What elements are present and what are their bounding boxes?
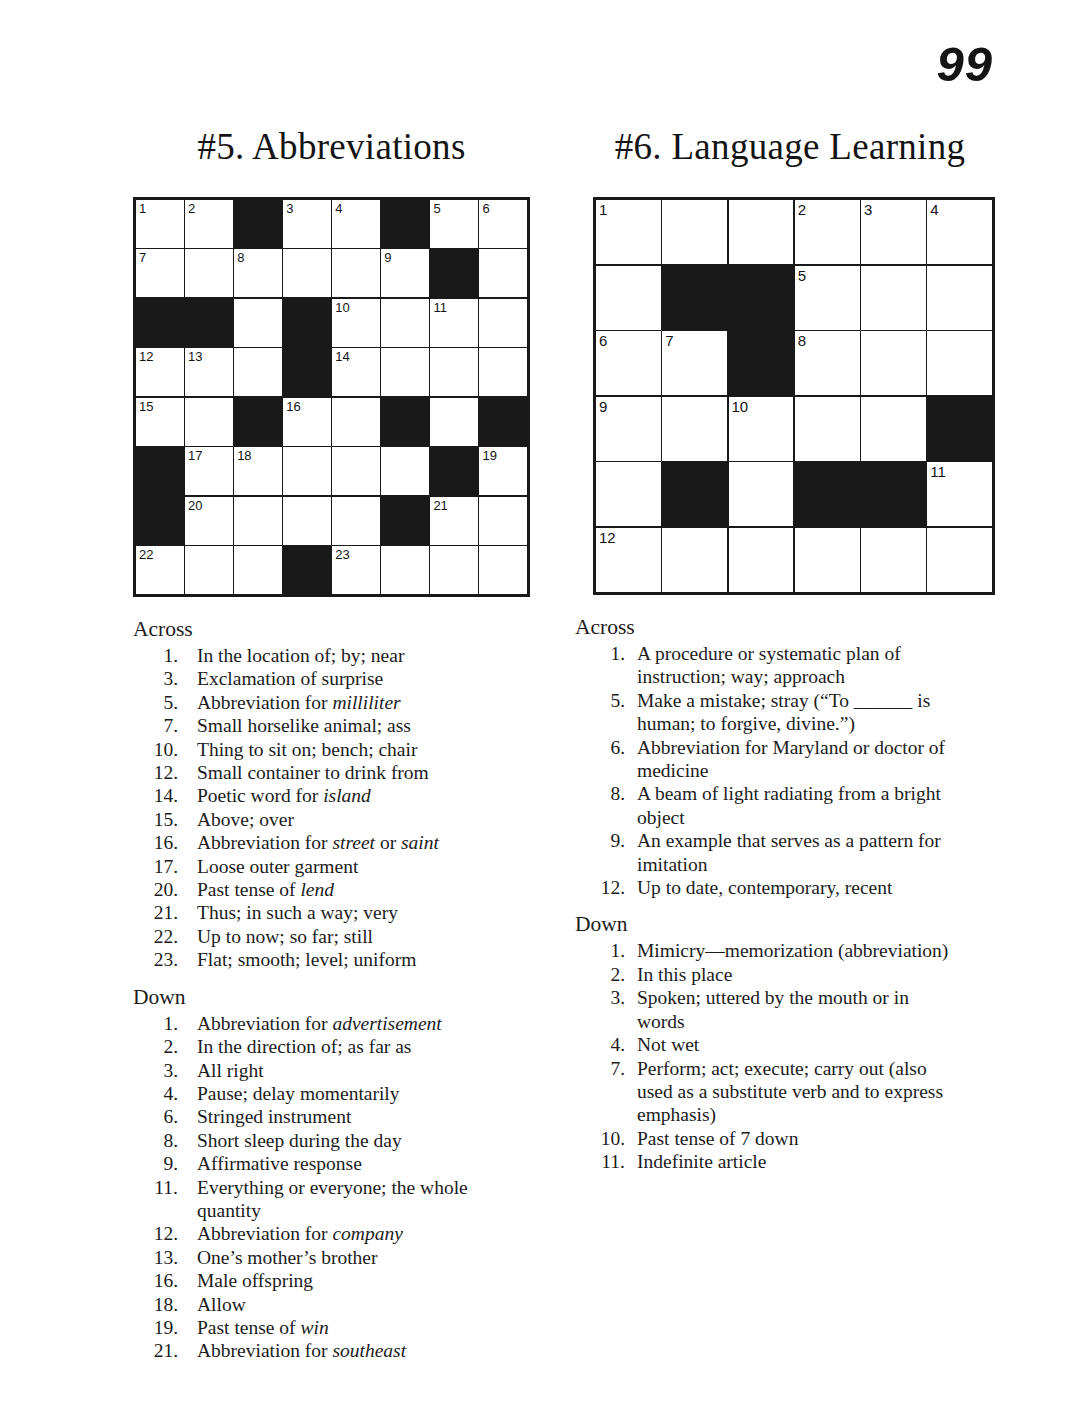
- black-cell: [479, 398, 527, 446]
- white-cell[interactable]: 9: [596, 397, 661, 461]
- cell-number: 7: [139, 250, 146, 265]
- across-header: Across: [575, 615, 1005, 639]
- clue-text: One’s mother’s brother: [197, 1246, 530, 1269]
- white-cell[interactable]: [332, 398, 380, 446]
- clue-text: Male offspring: [197, 1269, 530, 1292]
- white-cell[interactable]: 5: [795, 266, 860, 330]
- clue-number: 8.: [133, 1129, 178, 1152]
- page-number: 99: [936, 38, 993, 90]
- cell-number: 8: [237, 250, 244, 265]
- clue-number: 16.: [133, 1269, 178, 1292]
- cell-number: 11: [930, 463, 946, 480]
- clue-text: A beam of light radiating from a brighto…: [637, 782, 1005, 829]
- cell-number: 12: [139, 349, 153, 364]
- clue-text: Everything or everyone; the wholequantit…: [197, 1176, 530, 1223]
- white-cell[interactable]: [185, 546, 233, 594]
- clue-text: Abbreviation for company: [197, 1222, 530, 1245]
- across-clue-list: 1.A procedure or systematic plan ofinstr…: [575, 642, 1005, 899]
- cell-number: 3: [286, 201, 293, 216]
- cell-number: 2: [188, 201, 195, 216]
- clue-number: 4.: [575, 1033, 625, 1056]
- clue-text: Not wet: [637, 1033, 1005, 1056]
- white-cell[interactable]: 10: [729, 397, 794, 461]
- clue-item: 1.A procedure or systematic plan ofinstr…: [575, 642, 1005, 689]
- white-cell[interactable]: [927, 266, 992, 330]
- clue-item: 11.Everything or everyone; the wholequan…: [133, 1176, 530, 1223]
- clue-text: Above; over: [197, 808, 530, 831]
- cell-number: 3: [864, 201, 872, 218]
- clue-item: 5.Abbreviation for milliliter: [133, 691, 530, 714]
- white-cell[interactable]: 1: [136, 200, 184, 248]
- white-cell[interactable]: [927, 528, 992, 592]
- black-cell: [283, 546, 331, 594]
- black-cell: [430, 447, 478, 495]
- down-header: Down: [133, 985, 530, 1009]
- clue-text: Poetic word for island: [197, 784, 530, 807]
- clue-text: Spoken; uttered by the mouth or inwords: [637, 986, 1005, 1033]
- clue-item: 6.Stringed instrument: [133, 1105, 530, 1128]
- clue-item: 19.Past tense of win: [133, 1316, 530, 1339]
- clue-number: 2.: [133, 1035, 178, 1058]
- clue-item: 21.Abbreviation for southeast: [133, 1339, 530, 1362]
- puzzle-6-section: #6. Language Learning 123456789101112 Ac…: [575, 125, 1005, 1174]
- clue-number: 1.: [575, 642, 625, 689]
- clue-item: 10.Past tense of 7 down: [575, 1127, 1005, 1150]
- clue-text: Up to date, contemporary, recent: [637, 876, 1005, 899]
- clue-number: 6.: [575, 736, 625, 783]
- white-cell[interactable]: [479, 348, 527, 396]
- clue-item: 12.Abbreviation for company: [133, 1222, 530, 1245]
- clue-item: 7.Small horselike animal; ass: [133, 714, 530, 737]
- clue-text: Small horselike animal; ass: [197, 714, 530, 737]
- clue-text: Make a mistake; stray (“To ______ ishuma…: [637, 689, 1005, 736]
- white-cell[interactable]: [185, 398, 233, 446]
- cell-number: 9: [384, 250, 391, 265]
- clue-text: Thing to sit on; bench; chair: [197, 738, 530, 761]
- black-cell: [381, 398, 429, 446]
- clue-item: 9.An example that serves as a pattern fo…: [575, 829, 1005, 876]
- clue-text: Abbreviation for Maryland or doctor ofme…: [637, 736, 1005, 783]
- puzzle-5-clues: Across 1.In the location of; by; near3.E…: [133, 617, 530, 1363]
- cell-number: 4: [930, 201, 938, 218]
- white-cell[interactable]: [861, 397, 926, 461]
- cell-number: 10: [732, 398, 749, 415]
- white-cell[interactable]: 10: [332, 299, 380, 347]
- clue-item: 13.One’s mother’s brother: [133, 1246, 530, 1269]
- clue-item: 11.Indefinite article: [575, 1150, 1005, 1173]
- clue-item: 5.Make a mistake; stray (“To ______ ishu…: [575, 689, 1005, 736]
- clue-number: 3.: [133, 667, 178, 690]
- white-cell[interactable]: 3: [283, 200, 331, 248]
- clue-item: 10.Thing to sit on; bench; chair: [133, 738, 530, 761]
- clue-number: 5.: [575, 689, 625, 736]
- white-cell[interactable]: [662, 397, 727, 461]
- white-cell[interactable]: 7: [136, 249, 184, 297]
- clue-text: Abbreviation for milliliter: [197, 691, 530, 714]
- clue-text: In the location of; by; near: [197, 644, 530, 667]
- white-cell[interactable]: 1: [596, 200, 661, 264]
- clue-number: 17.: [133, 855, 178, 878]
- clue-item: 22.Up to now; so far; still: [133, 925, 530, 948]
- cell-number: 21: [433, 498, 447, 513]
- cell-number: 8: [798, 332, 806, 349]
- clue-number: 16.: [133, 831, 178, 854]
- black-cell: [381, 200, 429, 248]
- cell-number: 1: [139, 201, 146, 216]
- white-cell[interactable]: [430, 398, 478, 446]
- white-cell[interactable]: 8: [795, 331, 860, 395]
- white-cell[interactable]: 16: [283, 398, 331, 446]
- clue-number: 19.: [133, 1316, 178, 1339]
- clue-number: 5.: [133, 691, 178, 714]
- white-cell[interactable]: 20: [185, 497, 233, 545]
- clue-item: 16.Male offspring: [133, 1269, 530, 1292]
- clue-item: 8.Short sleep during the day: [133, 1129, 530, 1152]
- white-cell[interactable]: 8: [234, 249, 282, 297]
- clue-item: 9.Affirmative response: [133, 1152, 530, 1175]
- clue-text: Abbreviation for street or saint: [197, 831, 530, 854]
- black-cell: [283, 348, 331, 396]
- cell-number: 7: [665, 332, 673, 349]
- cell-number: 15: [139, 399, 153, 414]
- cell-number: 13: [188, 349, 202, 364]
- black-cell: [430, 249, 478, 297]
- clue-text: A procedure or systematic plan ofinstruc…: [637, 642, 1005, 689]
- clue-item: 4.Pause; delay momentarily: [133, 1082, 530, 1105]
- down-clue-list: 1.Mimicry—memorization (abbreviation)2.I…: [575, 939, 1005, 1173]
- clue-number: 3.: [133, 1059, 178, 1082]
- clue-text: Pause; delay momentarily: [197, 1082, 530, 1105]
- white-cell[interactable]: [381, 447, 429, 495]
- clue-number: 4.: [133, 1082, 178, 1105]
- white-cell[interactable]: 4: [332, 200, 380, 248]
- clue-text: Up to now; so far; still: [197, 925, 530, 948]
- white-cell[interactable]: 6: [479, 200, 527, 248]
- white-cell[interactable]: [234, 348, 282, 396]
- clue-number: 1.: [133, 1012, 178, 1035]
- white-cell[interactable]: 11: [430, 299, 478, 347]
- cell-number: 11: [433, 300, 447, 315]
- clue-number: 6.: [133, 1105, 178, 1128]
- white-cell[interactable]: [596, 266, 661, 330]
- puzzle-6-clues: Across 1.A procedure or systematic plan …: [575, 615, 1005, 1174]
- clue-number: 11.: [575, 1150, 625, 1173]
- white-cell[interactable]: 13: [185, 348, 233, 396]
- puzzle-5-section: #5. Abbreviations 1234567891011121314151…: [133, 125, 530, 1363]
- white-cell[interactable]: [479, 497, 527, 545]
- white-cell[interactable]: 5: [430, 200, 478, 248]
- clue-number: 20.: [133, 878, 178, 901]
- cell-number: 6: [599, 332, 607, 349]
- white-cell[interactable]: [381, 348, 429, 396]
- black-cell: [662, 266, 727, 330]
- clue-text: Exclamation of surprise: [197, 667, 530, 690]
- clue-text: Abbreviation for southeast: [197, 1339, 530, 1362]
- cell-number: 18: [237, 448, 251, 463]
- white-cell[interactable]: 11: [927, 462, 992, 526]
- white-cell[interactable]: [596, 462, 661, 526]
- clue-item: 6.Abbreviation for Maryland or doctor of…: [575, 736, 1005, 783]
- white-cell[interactable]: 17: [185, 447, 233, 495]
- clue-number: 9.: [575, 829, 625, 876]
- clue-item: 23.Flat; smooth; level; uniform: [133, 948, 530, 971]
- clue-number: 1.: [133, 644, 178, 667]
- clue-text: Mimicry—memorization (abbreviation): [637, 939, 1005, 962]
- white-cell[interactable]: 15: [136, 398, 184, 446]
- white-cell[interactable]: [729, 462, 794, 526]
- clue-item: 7.Perform; act; execute; carry out (also…: [575, 1057, 1005, 1127]
- white-cell[interactable]: [283, 497, 331, 545]
- clue-number: 10.: [133, 738, 178, 761]
- black-cell: [185, 299, 233, 347]
- black-cell: [234, 398, 282, 446]
- white-cell[interactable]: 9: [381, 249, 429, 297]
- cell-number: 2: [798, 201, 806, 218]
- white-cell[interactable]: 18: [234, 447, 282, 495]
- cell-number: 17: [188, 448, 202, 463]
- white-cell[interactable]: 2: [185, 200, 233, 248]
- clue-item: 3.Spoken; uttered by the mouth or inword…: [575, 986, 1005, 1033]
- clue-number: 18.: [133, 1293, 178, 1316]
- clue-text: Perform; act; execute; carry out (alsous…: [637, 1057, 1005, 1127]
- cell-number: 1: [599, 201, 607, 218]
- white-cell[interactable]: [662, 200, 727, 264]
- clue-item: 2.In the direction of; as far as: [133, 1035, 530, 1058]
- puzzle-5-title: #5. Abbreviations: [133, 125, 530, 169]
- crossword-grid-6: 123456789101112: [593, 197, 995, 595]
- black-cell: [381, 497, 429, 545]
- black-cell: [136, 299, 184, 347]
- clue-item: 2.In this place: [575, 963, 1005, 986]
- black-cell: [861, 462, 926, 526]
- clue-text: In this place: [637, 963, 1005, 986]
- clue-number: 21.: [133, 1339, 178, 1362]
- clue-item: 1.Abbreviation for advertisement: [133, 1012, 530, 1035]
- white-cell[interactable]: [381, 546, 429, 594]
- cell-number: 22: [139, 547, 153, 562]
- cell-number: 14: [335, 349, 349, 364]
- white-cell[interactable]: 19: [479, 447, 527, 495]
- white-cell[interactable]: 6: [596, 331, 661, 395]
- white-cell[interactable]: [729, 200, 794, 264]
- clue-item: 12.Up to date, contemporary, recent: [575, 876, 1005, 899]
- white-cell[interactable]: [729, 528, 794, 592]
- white-cell[interactable]: [479, 546, 527, 594]
- clue-item: 8.A beam of light radiating from a brigh…: [575, 782, 1005, 829]
- white-cell[interactable]: [332, 497, 380, 545]
- clue-item: 3.All right: [133, 1059, 530, 1082]
- white-cell[interactable]: 4: [927, 200, 992, 264]
- clue-number: 12.: [133, 1222, 178, 1245]
- clue-text: Indefinite article: [637, 1150, 1005, 1173]
- clue-number: 23.: [133, 948, 178, 971]
- white-cell[interactable]: [332, 447, 380, 495]
- clue-number: 11.: [133, 1176, 178, 1223]
- white-cell[interactable]: [234, 299, 282, 347]
- cell-number: 9: [599, 398, 607, 415]
- black-cell: [795, 462, 860, 526]
- across-clue-list: 1.In the location of; by; near3.Exclamat…: [133, 644, 530, 972]
- black-cell: [729, 331, 794, 395]
- clue-item: 15.Above; over: [133, 808, 530, 831]
- clue-text: Flat; smooth; level; uniform: [197, 948, 530, 971]
- clue-text: Thus; in such a way; very: [197, 901, 530, 924]
- white-cell[interactable]: 12: [596, 528, 661, 592]
- clue-text: Small container to drink from: [197, 761, 530, 784]
- clue-text: Past tense of lend: [197, 878, 530, 901]
- clue-number: 10.: [575, 1127, 625, 1150]
- cell-number: 5: [433, 201, 440, 216]
- white-cell[interactable]: [283, 447, 331, 495]
- clue-item: 1.Mimicry—memorization (abbreviation): [575, 939, 1005, 962]
- black-cell: [234, 200, 282, 248]
- clue-number: 9.: [133, 1152, 178, 1175]
- white-cell[interactable]: [479, 299, 527, 347]
- clue-number: 21.: [133, 901, 178, 924]
- cell-number: 20: [188, 498, 202, 513]
- clue-text: Past tense of win: [197, 1316, 530, 1339]
- cell-number: 12: [599, 529, 616, 546]
- cell-number: 6: [482, 201, 489, 216]
- black-cell: [136, 497, 184, 545]
- black-cell: [927, 397, 992, 461]
- down-clue-list: 1.Abbreviation for advertisement2.In the…: [133, 1012, 530, 1363]
- clue-item: 20.Past tense of lend: [133, 878, 530, 901]
- cell-number: 19: [482, 448, 496, 463]
- cell-number: 4: [335, 201, 342, 216]
- clue-number: 7.: [575, 1057, 625, 1127]
- crossword-grid-5: 1234567891011121314151617181920212223: [133, 197, 530, 597]
- clue-number: 22.: [133, 925, 178, 948]
- clue-item: 1.In the location of; by; near: [133, 644, 530, 667]
- white-cell[interactable]: 23: [332, 546, 380, 594]
- clue-number: 3.: [575, 986, 625, 1033]
- clue-number: 12.: [575, 876, 625, 899]
- clue-item: 17.Loose outer garment: [133, 855, 530, 878]
- clue-item: 14.Poetic word for island: [133, 784, 530, 807]
- clue-item: 21.Thus; in such a way; very: [133, 901, 530, 924]
- cell-number: 16: [286, 399, 300, 414]
- clue-item: 12.Small container to drink from: [133, 761, 530, 784]
- white-cell[interactable]: [795, 397, 860, 461]
- white-cell[interactable]: [234, 497, 282, 545]
- white-cell[interactable]: [234, 546, 282, 594]
- black-cell: [662, 462, 727, 526]
- clue-text: Short sleep during the day: [197, 1129, 530, 1152]
- white-cell[interactable]: [332, 249, 380, 297]
- clue-text: Past tense of 7 down: [637, 1127, 1005, 1150]
- clue-number: 13.: [133, 1246, 178, 1269]
- white-cell[interactable]: 14: [332, 348, 380, 396]
- clue-item: 4.Not wet: [575, 1033, 1005, 1056]
- clue-item: 3.Exclamation of surprise: [133, 667, 530, 690]
- white-cell[interactable]: 22: [136, 546, 184, 594]
- black-cell: [136, 447, 184, 495]
- clue-number: 2.: [575, 963, 625, 986]
- white-cell[interactable]: [861, 528, 926, 592]
- clue-number: 1.: [575, 939, 625, 962]
- black-cell: [729, 266, 794, 330]
- book-page: 99 #5. Abbreviations 1234567891011121314…: [0, 0, 1089, 1418]
- clue-number: 12.: [133, 761, 178, 784]
- white-cell[interactable]: [381, 299, 429, 347]
- clue-number: 8.: [575, 782, 625, 829]
- puzzle-6-title: #6. Language Learning: [575, 125, 1005, 169]
- white-cell[interactable]: [430, 348, 478, 396]
- white-cell[interactable]: [795, 528, 860, 592]
- clue-item: 16.Abbreviation for street or saint: [133, 831, 530, 854]
- white-cell[interactable]: [430, 546, 478, 594]
- white-cell[interactable]: 12: [136, 348, 184, 396]
- cell-number: 5: [798, 267, 806, 284]
- clue-number: 7.: [133, 714, 178, 737]
- white-cell[interactable]: [283, 249, 331, 297]
- clue-text: Allow: [197, 1293, 530, 1316]
- cell-number: 10: [335, 300, 349, 315]
- white-cell[interactable]: 7: [662, 331, 727, 395]
- clue-number: 14.: [133, 784, 178, 807]
- clue-text: Loose outer garment: [197, 855, 530, 878]
- clue-text: An example that serves as a pattern fori…: [637, 829, 1005, 876]
- down-header: Down: [575, 912, 1005, 936]
- across-header: Across: [133, 617, 530, 641]
- white-cell[interactable]: [479, 249, 527, 297]
- white-cell[interactable]: 21: [430, 497, 478, 545]
- clue-text: In the direction of; as far as: [197, 1035, 530, 1058]
- white-cell[interactable]: [662, 528, 727, 592]
- clue-item: 18.Allow: [133, 1293, 530, 1316]
- white-cell[interactable]: [185, 249, 233, 297]
- clue-text: Affirmative response: [197, 1152, 530, 1175]
- clue-text: All right: [197, 1059, 530, 1082]
- clue-text: Abbreviation for advertisement: [197, 1012, 530, 1035]
- black-cell: [283, 299, 331, 347]
- white-cell[interactable]: [861, 331, 926, 395]
- white-cell[interactable]: [861, 266, 926, 330]
- cell-number: 23: [335, 547, 349, 562]
- white-cell[interactable]: 3: [861, 200, 926, 264]
- clue-text: Stringed instrument: [197, 1105, 530, 1128]
- white-cell[interactable]: [927, 331, 992, 395]
- white-cell[interactable]: 2: [795, 200, 860, 264]
- clue-number: 15.: [133, 808, 178, 831]
